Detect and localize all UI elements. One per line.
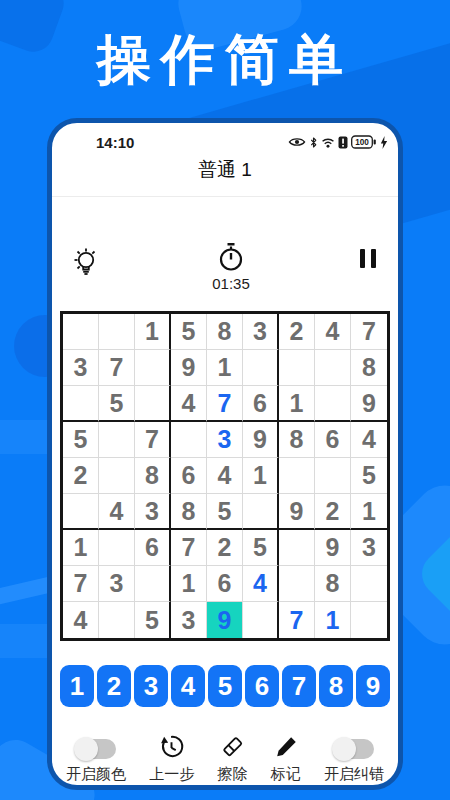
sudoku-cell[interactable]: [99, 530, 135, 566]
pen-icon: [273, 734, 299, 760]
sudoku-cell[interactable]: 4: [243, 566, 279, 602]
sudoku-cell[interactable]: 6: [135, 530, 171, 566]
sudoku-cell[interactable]: 1: [315, 602, 351, 638]
divider: [52, 196, 398, 197]
toolbar-label: 擦除: [218, 765, 248, 784]
sudoku-cell[interactable]: 7: [279, 602, 315, 638]
sudoku-cell[interactable]: [63, 314, 99, 350]
sudoku-cell[interactable]: 6: [243, 386, 279, 422]
sudoku-cell[interactable]: 9: [279, 494, 315, 530]
numpad-button-6[interactable]: 6: [245, 665, 279, 707]
timer: 01:35: [212, 241, 250, 292]
toggle-knob: [332, 737, 356, 761]
sudoku-cell[interactable]: 2: [207, 530, 243, 566]
svg-text:100: 100: [355, 138, 369, 147]
sudoku-cell[interactable]: 1: [243, 458, 279, 494]
error-check-toggle-switch[interactable]: [334, 739, 374, 759]
sudoku-cell[interactable]: 7: [171, 530, 207, 566]
sudoku-cell[interactable]: [135, 566, 171, 602]
bottom-toolbar: 开启颜色 上一步 擦除: [52, 734, 398, 784]
sudoku-cell[interactable]: 4: [207, 458, 243, 494]
sudoku-cell[interactable]: [99, 314, 135, 350]
undo-button[interactable]: 上一步: [149, 734, 194, 784]
sudoku-cell[interactable]: 2: [279, 314, 315, 350]
sudoku-cell[interactable]: [315, 458, 351, 494]
alert-box-icon: [338, 136, 348, 149]
sudoku-cell[interactable]: 9: [171, 350, 207, 386]
sudoku-cell[interactable]: 5: [135, 602, 171, 638]
controls-row: 01:35: [52, 241, 398, 291]
sudoku-cell[interactable]: 8: [351, 350, 387, 386]
sudoku-cell[interactable]: 3: [99, 566, 135, 602]
eraser-icon: [219, 733, 246, 760]
sudoku-cell[interactable]: 3: [135, 494, 171, 530]
sudoku-cell[interactable]: 9: [315, 530, 351, 566]
status-icons: 100: [288, 135, 388, 149]
sudoku-cell[interactable]: 1: [351, 494, 387, 530]
sudoku-cell[interactable]: 6: [207, 566, 243, 602]
sudoku-cell[interactable]: 7: [99, 350, 135, 386]
sudoku-cell[interactable]: [243, 494, 279, 530]
sudoku-cell[interactable]: [99, 602, 135, 638]
undo-icon: [158, 733, 185, 760]
level-title: 普通 1: [52, 157, 398, 183]
timer-value: 01:35: [212, 275, 250, 292]
sudoku-cell[interactable]: [279, 458, 315, 494]
sudoku-cell[interactable]: 7: [135, 422, 171, 458]
sudoku-cell[interactable]: 4: [351, 422, 387, 458]
sudoku-cell[interactable]: [279, 350, 315, 386]
lightbulb-icon: [68, 241, 102, 281]
toolbar-label: 标记: [271, 765, 301, 784]
sudoku-cell[interactable]: [99, 458, 135, 494]
sudoku-cell[interactable]: 3: [351, 530, 387, 566]
numpad-button-4[interactable]: 4: [171, 665, 205, 707]
eye-icon: [288, 136, 306, 148]
status-bar: 14:10 100: [96, 133, 388, 151]
sudoku-cell[interactable]: [315, 350, 351, 386]
sudoku-cell[interactable]: 5: [243, 530, 279, 566]
sudoku-cell[interactable]: [63, 494, 99, 530]
sudoku-cell[interactable]: 4: [171, 386, 207, 422]
sudoku-cell[interactable]: 1: [135, 314, 171, 350]
sudoku-cell[interactable]: 8: [279, 422, 315, 458]
sudoku-cell[interactable]: [135, 350, 171, 386]
mark-button[interactable]: 标记: [271, 734, 301, 784]
toggle-knob: [74, 737, 98, 761]
sudoku-cell[interactable]: 2: [315, 494, 351, 530]
sudoku-cell[interactable]: [171, 422, 207, 458]
sudoku-cell[interactable]: 9: [243, 422, 279, 458]
hint-button[interactable]: [68, 241, 102, 285]
sudoku-board: 1583247379185476195739864286415438592116…: [60, 311, 390, 641]
phone-screen: 14:10 100: [47, 118, 403, 790]
sudoku-cell[interactable]: 3: [63, 350, 99, 386]
sudoku-cell[interactable]: 6: [315, 422, 351, 458]
stopwatch-icon: [215, 241, 247, 273]
numpad-button-9[interactable]: 9: [356, 665, 390, 707]
sudoku-cell[interactable]: 1: [207, 350, 243, 386]
sudoku-cell[interactable]: 3: [171, 602, 207, 638]
sudoku-cell[interactable]: 2: [63, 458, 99, 494]
sudoku-cell[interactable]: 5: [351, 458, 387, 494]
sudoku-cell[interactable]: 8: [171, 494, 207, 530]
clock-time: 14:10: [96, 134, 134, 151]
sudoku-cell[interactable]: 8: [207, 314, 243, 350]
numpad-button-2[interactable]: 2: [97, 665, 131, 707]
charging-bolt-icon: [380, 136, 388, 149]
sudoku-cell[interactable]: 3: [207, 422, 243, 458]
sudoku-cell[interactable]: 6: [171, 458, 207, 494]
sudoku-cell[interactable]: 3: [243, 314, 279, 350]
battery-icon: 100: [351, 135, 377, 149]
sudoku-cell[interactable]: 9: [207, 602, 243, 638]
sudoku-cell[interactable]: 5: [63, 422, 99, 458]
pause-button[interactable]: [360, 249, 376, 268]
sudoku-cell[interactable]: 9: [351, 386, 387, 422]
pause-icon: [360, 249, 365, 268]
sudoku-cell[interactable]: [135, 386, 171, 422]
numpad-button-1[interactable]: 1: [60, 665, 94, 707]
banner-title: 操作简单: [0, 24, 450, 97]
numpad-button-5[interactable]: 5: [208, 665, 242, 707]
sudoku-cell[interactable]: [243, 602, 279, 638]
bluetooth-icon: [309, 136, 318, 149]
sudoku-cell[interactable]: [243, 350, 279, 386]
sudoku-cell[interactable]: [351, 602, 387, 638]
pause-icon: [371, 249, 376, 268]
sudoku-cell[interactable]: 1: [171, 566, 207, 602]
error-check-toggle-item[interactable]: 开启纠错: [324, 739, 384, 784]
sudoku-cell[interactable]: 1: [63, 530, 99, 566]
color-toggle-item[interactable]: 开启颜色: [66, 739, 126, 784]
sudoku-cell[interactable]: 4: [63, 602, 99, 638]
sudoku-cell[interactable]: 5: [171, 314, 207, 350]
sudoku-cell[interactable]: 5: [207, 494, 243, 530]
sudoku-cell[interactable]: 8: [315, 566, 351, 602]
sudoku-cell[interactable]: 7: [63, 566, 99, 602]
numpad-button-7[interactable]: 7: [282, 665, 316, 707]
sudoku-cell[interactable]: 7: [207, 386, 243, 422]
sudoku-cell[interactable]: [279, 566, 315, 602]
number-pad: 123456789: [52, 665, 398, 707]
sudoku-cell[interactable]: [351, 566, 387, 602]
sudoku-cell[interactable]: [63, 386, 99, 422]
sudoku-cell[interactable]: [315, 386, 351, 422]
toolbar-label: 开启纠错: [324, 765, 384, 784]
sudoku-cell[interactable]: 4: [315, 314, 351, 350]
sudoku-cell[interactable]: 8: [135, 458, 171, 494]
sudoku-cell[interactable]: 7: [351, 314, 387, 350]
sudoku-cell[interactable]: 1: [279, 386, 315, 422]
sudoku-cell[interactable]: 5: [99, 386, 135, 422]
numpad-button-8[interactable]: 8: [319, 665, 353, 707]
sudoku-cell[interactable]: [99, 422, 135, 458]
sudoku-cell[interactable]: [279, 530, 315, 566]
toolbar-label: 上一步: [149, 765, 194, 784]
toolbar-label: 开启颜色: [66, 765, 126, 784]
sudoku-cell[interactable]: 4: [99, 494, 135, 530]
color-toggle-switch[interactable]: [76, 739, 116, 759]
numpad-button-3[interactable]: 3: [134, 665, 168, 707]
wifi-icon: [321, 137, 335, 148]
erase-button[interactable]: 擦除: [218, 734, 248, 784]
